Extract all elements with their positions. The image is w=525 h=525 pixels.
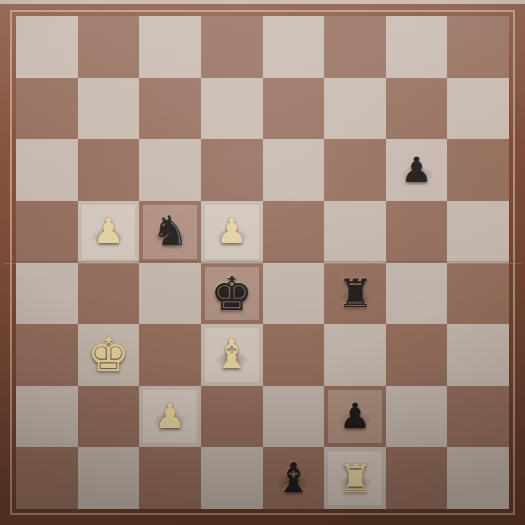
square-d4[interactable]: ♚ [201,263,263,325]
square-a7[interactable] [16,78,78,140]
square-f6[interactable] [324,139,386,201]
square-c5[interactable]: ♞ [139,201,201,263]
piece-black-pawn[interactable]: ♟ [324,386,386,448]
piece-black-king[interactable]: ♚ [201,263,263,325]
square-h8[interactable] [447,16,509,78]
square-d1[interactable] [201,447,263,509]
square-f2[interactable]: ♟ [324,386,386,448]
square-h6[interactable] [447,139,509,201]
square-b1[interactable] [78,447,140,509]
square-e4[interactable] [263,263,325,325]
square-b3[interactable]: ♚ [78,324,140,386]
table-edge [0,0,525,4]
square-a6[interactable] [16,139,78,201]
square-d7[interactable] [201,78,263,140]
square-b6[interactable] [78,139,140,201]
square-g4[interactable] [386,263,448,325]
square-c8[interactable] [139,16,201,78]
square-d5[interactable]: ♟ [201,201,263,263]
square-e7[interactable] [263,78,325,140]
piece-white-bishop[interactable]: ♝ [201,324,263,386]
square-e3[interactable] [263,324,325,386]
piece-white-rook[interactable]: ♜ [324,447,386,509]
square-b5[interactable]: ♟ [78,201,140,263]
square-g1[interactable] [386,447,448,509]
piece-black-knight[interactable]: ♞ [139,201,201,263]
square-f4[interactable]: ♜ [324,263,386,325]
chess-board: ♟♟♞♟♚♜♚♝♟♟♝♜ [16,16,509,509]
square-f3[interactable] [324,324,386,386]
square-h7[interactable] [447,78,509,140]
square-e1[interactable]: ♝ [263,447,325,509]
square-e5[interactable] [263,201,325,263]
square-d2[interactable] [201,386,263,448]
piece-black-pawn[interactable]: ♟ [386,139,448,201]
square-c1[interactable] [139,447,201,509]
square-b8[interactable] [78,16,140,78]
board-photo: ♟♟♞♟♚♜♚♝♟♟♝♜ [0,0,525,525]
square-h3[interactable] [447,324,509,386]
square-a8[interactable] [16,16,78,78]
square-b2[interactable] [78,386,140,448]
square-h2[interactable] [447,386,509,448]
square-a5[interactable] [16,201,78,263]
piece-white-pawn[interactable]: ♟ [201,201,263,263]
square-h1[interactable] [447,447,509,509]
square-d8[interactable] [201,16,263,78]
square-f7[interactable] [324,78,386,140]
square-c3[interactable] [139,324,201,386]
square-a3[interactable] [16,324,78,386]
square-e6[interactable] [263,139,325,201]
square-a2[interactable] [16,386,78,448]
square-b4[interactable] [78,263,140,325]
square-g2[interactable] [386,386,448,448]
square-g8[interactable] [386,16,448,78]
square-g3[interactable] [386,324,448,386]
square-f1[interactable]: ♜ [324,447,386,509]
square-g6[interactable]: ♟ [386,139,448,201]
square-a1[interactable] [16,447,78,509]
square-a4[interactable] [16,263,78,325]
square-e8[interactable] [263,16,325,78]
square-g7[interactable] [386,78,448,140]
square-h4[interactable] [447,263,509,325]
piece-black-bishop[interactable]: ♝ [263,447,325,509]
square-f8[interactable] [324,16,386,78]
square-c7[interactable] [139,78,201,140]
square-d6[interactable] [201,139,263,201]
piece-black-rook[interactable]: ♜ [324,263,386,325]
square-b7[interactable] [78,78,140,140]
piece-white-king[interactable]: ♚ [78,324,140,386]
square-f5[interactable] [324,201,386,263]
piece-white-pawn[interactable]: ♟ [78,201,140,263]
square-c6[interactable] [139,139,201,201]
square-e2[interactable] [263,386,325,448]
square-g5[interactable] [386,201,448,263]
piece-white-pawn[interactable]: ♟ [139,386,201,448]
square-h5[interactable] [447,201,509,263]
square-c2[interactable]: ♟ [139,386,201,448]
square-d3[interactable]: ♝ [201,324,263,386]
square-c4[interactable] [139,263,201,325]
